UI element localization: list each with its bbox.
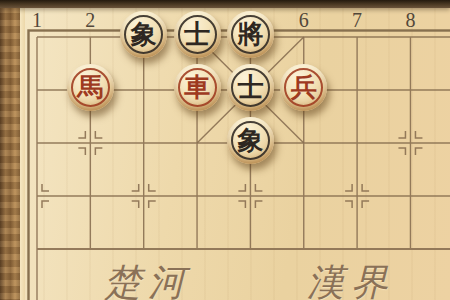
piece-black-advisor[interactable]: 士 bbox=[227, 64, 274, 111]
xiangqi-board[interactable]: 12345678 楚河 漢界 象士將馬車士兵象 bbox=[20, 8, 450, 300]
piece-red-soldier[interactable]: 兵 bbox=[280, 64, 327, 111]
wood-frame-left bbox=[0, 0, 20, 300]
piece-character: 象 bbox=[237, 128, 263, 154]
piece-red-chariot[interactable]: 車 bbox=[174, 64, 221, 111]
piece-character: 馬 bbox=[77, 75, 103, 101]
river-label-hanjie: 漢界 bbox=[307, 258, 395, 300]
river-label-chuhe: 楚河 bbox=[104, 258, 192, 300]
column-label-8: 8 bbox=[400, 9, 420, 31]
piece-character: 將 bbox=[237, 22, 263, 48]
column-label-2: 2 bbox=[80, 9, 100, 31]
piece-black-elephant[interactable]: 象 bbox=[227, 117, 274, 164]
piece-black-general[interactable]: 將 bbox=[227, 11, 274, 58]
piece-character: 車 bbox=[184, 75, 210, 101]
piece-red-horse[interactable]: 馬 bbox=[67, 64, 114, 111]
piece-character: 士 bbox=[184, 22, 210, 48]
piece-black-elephant[interactable]: 象 bbox=[120, 11, 167, 58]
piece-black-advisor[interactable]: 士 bbox=[174, 11, 221, 58]
piece-character: 兵 bbox=[291, 75, 317, 101]
piece-character: 士 bbox=[237, 75, 263, 101]
column-label-6: 6 bbox=[294, 9, 314, 31]
piece-character: 象 bbox=[131, 22, 157, 48]
board-edge-highlight bbox=[20, 8, 25, 300]
xiangqi-app: 12345678 楚河 漢界 象士將馬車士兵象 bbox=[0, 0, 450, 300]
column-label-1: 1 bbox=[27, 9, 47, 31]
wood-frame-top bbox=[0, 0, 450, 8]
column-label-7: 7 bbox=[347, 9, 367, 31]
